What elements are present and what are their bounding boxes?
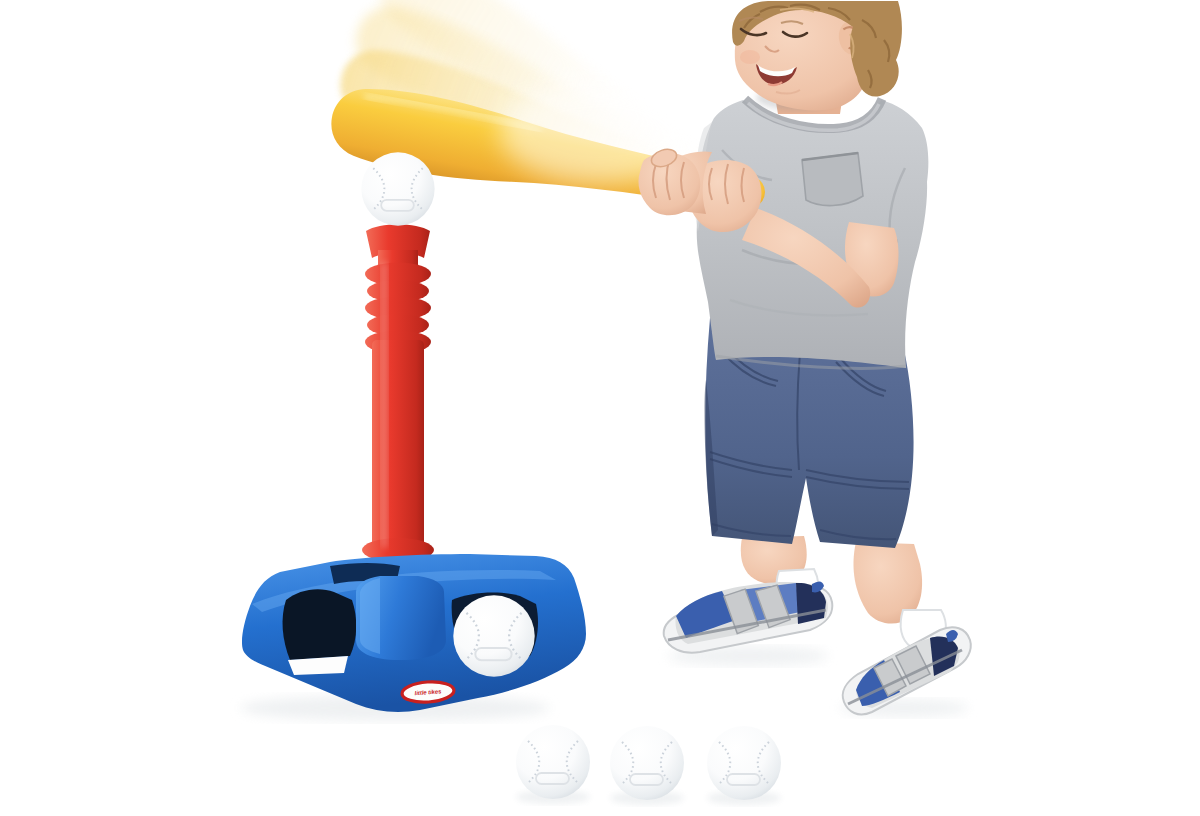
head [732, 1, 902, 110]
scene-canvas: little tikes [0, 0, 1200, 816]
floor-ball-3 [707, 726, 781, 800]
floor-ball-2 [610, 726, 684, 800]
base-handle-cutout [283, 589, 357, 660]
ball-on-base [453, 595, 534, 676]
left-shoe [664, 581, 833, 652]
ball-on-tee [361, 152, 434, 225]
floor-ball-1 [516, 725, 590, 799]
floor-balls [516, 725, 781, 800]
chest-pocket [802, 153, 863, 206]
product-photo: little tikes [0, 0, 1200, 816]
cheek-blush [740, 50, 760, 64]
